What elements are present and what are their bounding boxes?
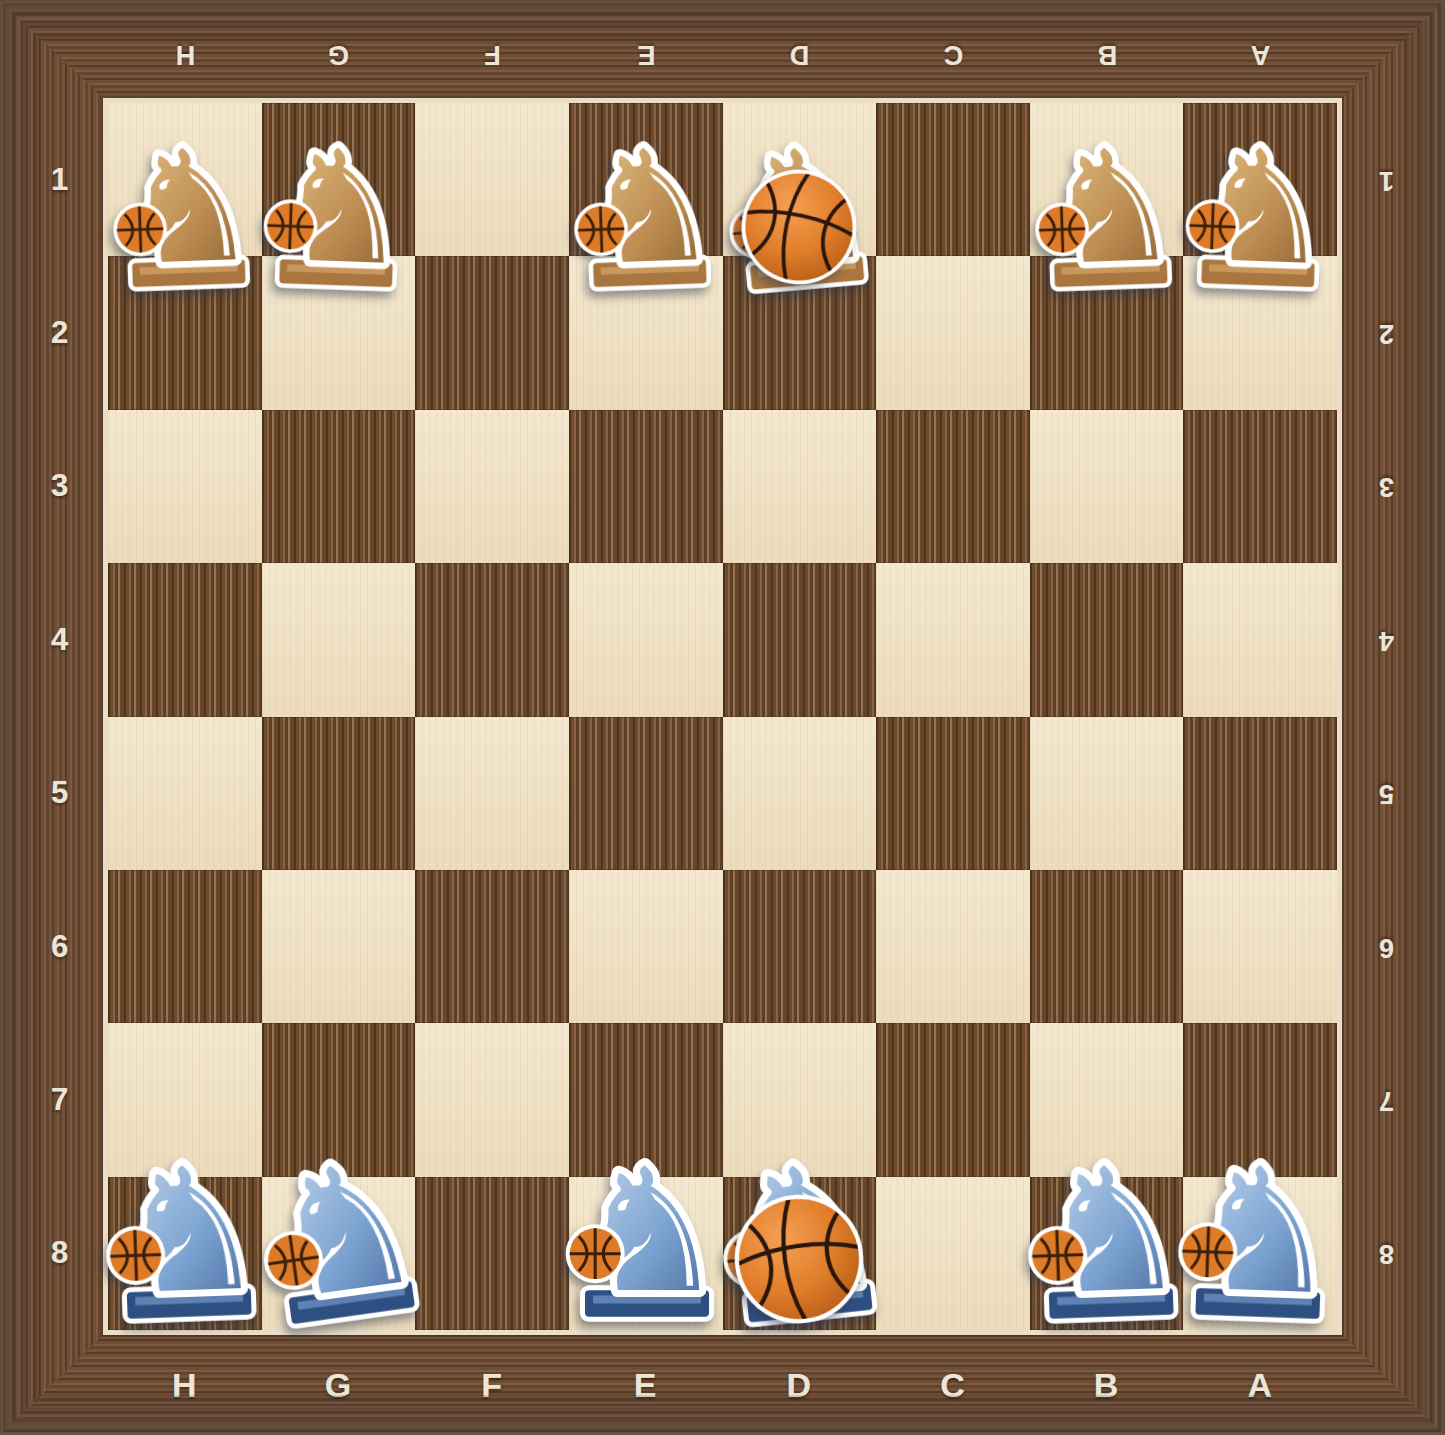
square-d4[interactable] xyxy=(723,563,877,716)
square-e4[interactable] xyxy=(569,563,723,716)
square-c6[interactable] xyxy=(876,870,1030,1023)
gold-knight-g1[interactable]: ♞ xyxy=(253,77,425,303)
square-e5[interactable] xyxy=(569,717,723,870)
square-d3[interactable] xyxy=(723,410,877,563)
square-b4[interactable] xyxy=(1030,563,1184,716)
rank-label-right-3: 3 xyxy=(1378,471,1394,502)
file-label-top-H: H xyxy=(175,39,196,70)
square-c1[interactable] xyxy=(876,103,1030,256)
square-a3[interactable] xyxy=(1183,410,1337,563)
square-d5[interactable] xyxy=(723,717,877,870)
file-label-top-B: B xyxy=(1096,39,1117,70)
file-label-bottom-H: H xyxy=(172,1366,198,1405)
square-h3[interactable] xyxy=(108,410,262,563)
square-f5[interactable] xyxy=(415,717,569,870)
rank-label-right-1: 1 xyxy=(1378,164,1394,195)
rank-label-left-6: 6 xyxy=(51,929,69,965)
file-label-top-A: A xyxy=(1250,39,1271,70)
file-label-bottom-B: B xyxy=(1094,1366,1120,1405)
basketball-d1[interactable] xyxy=(720,148,879,307)
file-label-bottom-E: E xyxy=(634,1366,658,1405)
square-a4[interactable] xyxy=(1183,563,1337,716)
blue-knight-b8[interactable]: ♞ xyxy=(1012,1088,1200,1336)
file-label-top-G: G xyxy=(327,39,349,70)
square-e6[interactable] xyxy=(569,870,723,1023)
square-f2[interactable] xyxy=(415,256,569,409)
square-g4[interactable] xyxy=(262,563,416,716)
rank-label-right-4: 4 xyxy=(1378,624,1394,655)
square-f7[interactable] xyxy=(415,1023,569,1176)
rank-label-left-3: 3 xyxy=(51,468,69,504)
file-label-bottom-F: F xyxy=(481,1366,503,1405)
file-label-top-C: C xyxy=(943,39,964,70)
square-c5[interactable] xyxy=(876,717,1030,870)
svg-text:♞: ♞ xyxy=(255,1121,434,1339)
square-f1[interactable] xyxy=(415,103,569,256)
rank-label-left-5: 5 xyxy=(51,775,69,811)
file-label-top-E: E xyxy=(636,39,655,70)
rank-label-right-8: 8 xyxy=(1378,1238,1394,1269)
rank-label-right-7: 7 xyxy=(1378,1084,1394,1115)
square-h4[interactable] xyxy=(108,563,262,716)
square-e3[interactable] xyxy=(569,410,723,563)
square-d6[interactable] xyxy=(723,870,877,1023)
square-a6[interactable] xyxy=(1183,870,1337,1023)
square-g5[interactable] xyxy=(262,717,416,870)
gold-knight-e1[interactable]: ♞ xyxy=(560,77,732,303)
rank-label-right-5: 5 xyxy=(1378,778,1394,809)
square-h6[interactable] xyxy=(108,870,262,1023)
file-label-top-D: D xyxy=(789,39,810,70)
rank-label-left-4: 4 xyxy=(51,622,69,658)
gold-knight-b1[interactable]: ♞ xyxy=(1021,77,1193,303)
board-photo: HHGGFFEEDDCCBBAA1122334455667788 ♞ ♞ xyxy=(0,0,1445,1435)
square-b5[interactable] xyxy=(1030,717,1184,870)
square-c7[interactable] xyxy=(876,1023,1030,1176)
square-h5[interactable] xyxy=(108,717,262,870)
file-label-top-F: F xyxy=(483,39,501,70)
rank-label-left-1: 1 xyxy=(51,162,69,198)
square-b3[interactable] xyxy=(1030,410,1184,563)
gold-knight-h1[interactable]: ♞ xyxy=(99,77,271,303)
rank-label-left-8: 8 xyxy=(51,1235,69,1271)
rank-label-right-6: 6 xyxy=(1378,931,1394,962)
blue-knight-e8[interactable]: ♞ xyxy=(556,1091,736,1333)
file-label-bottom-D: D xyxy=(787,1366,813,1405)
square-c2[interactable] xyxy=(876,256,1030,409)
gold-knight-a1[interactable]: ♞ xyxy=(1174,77,1346,303)
square-g6[interactable] xyxy=(262,870,416,1023)
rank-label-right-2: 2 xyxy=(1378,318,1394,349)
square-g3[interactable] xyxy=(262,410,416,563)
file-label-bottom-C: C xyxy=(940,1366,966,1405)
square-a5[interactable] xyxy=(1183,717,1337,870)
file-label-bottom-A: A xyxy=(1247,1366,1273,1405)
basketball-d8[interactable] xyxy=(715,1174,884,1343)
rank-label-left-7: 7 xyxy=(51,1082,69,1118)
square-f6[interactable] xyxy=(415,870,569,1023)
blue-knight-h8[interactable]: ♞ xyxy=(91,1088,279,1336)
square-f3[interactable] xyxy=(415,410,569,563)
rank-label-left-2: 2 xyxy=(51,315,69,351)
square-f4[interactable] xyxy=(415,563,569,716)
square-c4[interactable] xyxy=(876,563,1030,716)
square-c3[interactable] xyxy=(876,410,1030,563)
square-b6[interactable] xyxy=(1030,870,1184,1023)
file-label-bottom-G: G xyxy=(325,1366,352,1405)
